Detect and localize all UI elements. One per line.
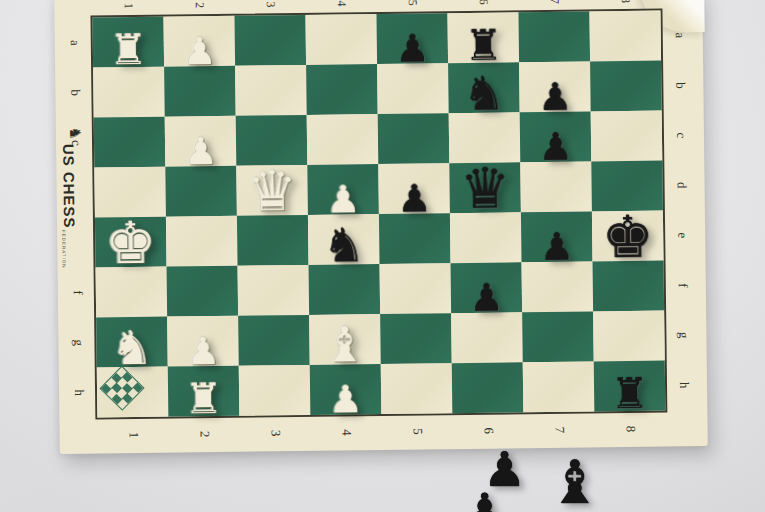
square-d5[interactable]: ♟ — [378, 163, 450, 214]
left-label-file-f: f — [70, 290, 86, 295]
piece-black-pawn-c7[interactable]: ♟ — [538, 130, 573, 165]
piece-black-rook-a6[interactable]: ♜ — [464, 27, 502, 66]
captured-black-bishop[interactable]: ♝ — [548, 456, 602, 510]
square-f5[interactable] — [380, 263, 452, 314]
top-label-rank-1: 1 — [120, 3, 135, 9]
square-g5[interactable] — [380, 313, 452, 364]
piece-black-rook-h8[interactable]: ♜ — [611, 375, 649, 414]
square-e1[interactable]: ♚ — [95, 217, 167, 268]
piece-white-pawn-a2[interactable]: ♟ — [182, 34, 217, 69]
bottom-label-rank-8: 8 — [622, 426, 638, 433]
bottom-label-rank-5: 5 — [409, 428, 425, 435]
square-g8[interactable] — [593, 311, 665, 362]
left-label-file-c: c — [68, 140, 84, 146]
square-c3[interactable] — [236, 115, 308, 166]
square-c7[interactable]: ♟ — [520, 111, 592, 162]
top-label-rank-3: 3 — [262, 1, 277, 7]
square-c2[interactable]: ♟ — [165, 116, 237, 167]
piece-white-knight-g1[interactable]: ♞ — [111, 327, 154, 371]
square-a1[interactable]: ♜ — [92, 17, 164, 68]
square-b2[interactable] — [164, 66, 236, 117]
right-label-file-c: c — [673, 132, 689, 138]
square-c6[interactable] — [449, 112, 521, 163]
square-e5[interactable] — [379, 213, 451, 264]
piece-black-pawn-d5[interactable]: ♟ — [397, 181, 432, 216]
square-h2[interactable]: ♜ — [168, 366, 240, 417]
square-a5[interactable]: ♟ — [376, 13, 448, 64]
square-a6[interactable]: ♜ — [447, 12, 519, 63]
piece-black-knight-b6[interactable]: ♞ — [463, 72, 506, 116]
us-chess-logo-text: US CHESS — [60, 144, 78, 229]
piece-white-bishop-g4[interactable]: ♝ — [323, 322, 367, 368]
captured-black-pawn[interactable]: ♟ — [464, 490, 505, 512]
square-g1[interactable]: ♞ — [96, 317, 168, 368]
square-e4[interactable]: ♞ — [308, 214, 380, 265]
bottom-label-rank-4: 4 — [338, 429, 354, 436]
square-g7[interactable] — [522, 311, 594, 362]
square-c4[interactable] — [307, 114, 379, 165]
piece-black-knight-e4[interactable]: ♞ — [322, 224, 365, 268]
left-label-file-g: g — [70, 339, 86, 346]
square-b7[interactable]: ♟ — [519, 61, 591, 112]
square-g4[interactable]: ♝ — [309, 314, 381, 365]
piece-white-king-e1[interactable]: ♚ — [104, 216, 157, 270]
right-label-file-d: d — [674, 182, 690, 189]
bottom-label-rank-3: 3 — [267, 430, 283, 437]
right-label-file-h: h — [676, 382, 692, 389]
square-a2[interactable]: ♟ — [163, 16, 235, 67]
federation-logo-text: FEDERATION — [61, 230, 66, 269]
square-b1[interactable] — [93, 67, 165, 118]
piece-black-pawn-f6[interactable]: ♟ — [469, 281, 504, 316]
top-label-rank-6: 6 — [475, 0, 490, 5]
square-b6[interactable]: ♞ — [448, 62, 520, 113]
knight-logo-icon: ♞ — [67, 126, 82, 140]
square-h5[interactable] — [381, 363, 453, 414]
square-c8[interactable] — [591, 111, 663, 162]
square-f6[interactable]: ♟ — [451, 262, 523, 313]
square-f3[interactable] — [238, 265, 310, 316]
right-label-file-f: f — [675, 283, 691, 288]
square-a7[interactable] — [518, 11, 590, 62]
square-e8[interactable]: ♚ — [592, 211, 664, 262]
bottom-label-rank-7: 7 — [551, 426, 567, 433]
piece-black-pawn-e7[interactable]: ♟ — [540, 230, 575, 265]
square-f4[interactable] — [309, 264, 381, 315]
bottom-label-rank-1: 1 — [125, 432, 141, 439]
left-label-file-b: b — [67, 89, 83, 96]
right-label-file-g: g — [675, 332, 691, 339]
piece-white-queen-d3[interactable]: ♛ — [247, 167, 298, 219]
square-d2[interactable] — [165, 166, 237, 217]
piece-white-pawn-g2[interactable]: ♟ — [186, 334, 221, 369]
piece-white-rook-h2[interactable]: ♜ — [185, 380, 223, 419]
square-a3[interactable] — [234, 15, 306, 66]
right-label-file-e: e — [674, 232, 690, 238]
right-label-file-b: b — [672, 82, 688, 89]
top-label-rank-8: 8 — [617, 0, 632, 3]
chess-board: ♞ US CHESS FEDERATION ♜♟♟♜♞♟♟♟♛♟♟♛♚♞♟♚♟♞… — [54, 0, 708, 454]
square-d3[interactable]: ♛ — [236, 165, 308, 216]
piece-black-pawn-b7[interactable]: ♟ — [538, 80, 573, 115]
square-h3[interactable] — [239, 365, 311, 416]
square-b4[interactable] — [306, 64, 378, 115]
square-g6[interactable] — [451, 312, 523, 363]
left-label-file-a: a — [67, 40, 83, 46]
square-b3[interactable] — [235, 65, 307, 116]
square-a4[interactable] — [305, 14, 377, 65]
square-g3[interactable] — [238, 315, 310, 366]
square-b5[interactable] — [377, 63, 449, 114]
square-f2[interactable] — [167, 266, 239, 317]
bottom-label-rank-2: 2 — [196, 431, 212, 438]
square-d7[interactable] — [520, 161, 592, 212]
piece-white-pawn-c2[interactable]: ♟ — [183, 134, 218, 169]
piece-white-pawn-d4[interactable]: ♟ — [326, 182, 361, 217]
square-h6[interactable] — [452, 362, 524, 413]
piece-black-king-e8[interactable]: ♚ — [601, 210, 654, 264]
square-d6[interactable]: ♛ — [449, 162, 521, 213]
square-g2[interactable]: ♟ — [167, 316, 239, 367]
square-e2[interactable] — [166, 216, 238, 267]
top-label-rank-7: 7 — [546, 0, 561, 4]
square-h7[interactable] — [523, 361, 595, 412]
square-c1[interactable] — [94, 117, 166, 168]
piece-black-queen-d6[interactable]: ♛ — [460, 164, 511, 216]
square-f7[interactable] — [522, 261, 594, 312]
top-label-rank-4: 4 — [333, 0, 348, 6]
right-label-file-a: a — [672, 32, 688, 38]
playing-area: ♜♟♟♜♞♟♟♟♛♟♟♛♚♞♟♚♟♞♟♝♜♟♜ — [92, 11, 665, 418]
square-a8[interactable] — [589, 11, 661, 62]
square-d4[interactable]: ♟ — [307, 164, 379, 215]
bottom-label-rank-6: 6 — [480, 427, 496, 434]
square-b8[interactable] — [590, 61, 662, 112]
piece-white-pawn-h4[interactable]: ♟ — [328, 382, 363, 417]
left-label-file-h: h — [71, 389, 87, 396]
top-label-rank-2: 2 — [191, 2, 206, 8]
square-h8[interactable]: ♜ — [594, 361, 666, 412]
piece-white-rook-a1[interactable]: ♜ — [109, 31, 147, 70]
square-c5[interactable] — [378, 113, 450, 164]
square-e7[interactable]: ♟ — [521, 211, 593, 262]
top-label-rank-5: 5 — [404, 0, 419, 6]
piece-black-pawn-a5[interactable]: ♟ — [395, 31, 430, 66]
